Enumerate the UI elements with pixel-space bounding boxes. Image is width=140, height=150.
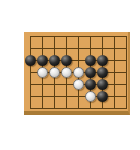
board-cell[interactable] xyxy=(24,66,36,78)
board-cell[interactable] xyxy=(120,102,132,114)
board-cell[interactable] xyxy=(60,66,72,78)
board-cell[interactable] xyxy=(24,78,36,90)
board-cell[interactable] xyxy=(84,42,96,54)
board-cell[interactable] xyxy=(96,66,108,78)
board-cell[interactable] xyxy=(36,90,48,102)
board-cell[interactable] xyxy=(48,78,60,90)
board-cell[interactable] xyxy=(120,78,132,90)
board-cell[interactable] xyxy=(84,102,96,114)
black-stone xyxy=(85,67,96,78)
go-board[interactable] xyxy=(24,32,130,115)
board-cell[interactable] xyxy=(84,66,96,78)
board-cell[interactable] xyxy=(108,78,120,90)
black-stone xyxy=(85,55,96,66)
board-cell[interactable] xyxy=(72,54,84,66)
board-cell[interactable] xyxy=(96,102,108,114)
white-stone xyxy=(73,67,84,78)
board-cell[interactable] xyxy=(60,54,72,66)
board-cell[interactable] xyxy=(60,78,72,90)
board-cell[interactable] xyxy=(48,30,60,42)
board-cell[interactable] xyxy=(48,102,60,114)
black-stone xyxy=(25,55,36,66)
white-stone xyxy=(73,79,84,90)
board-cell[interactable] xyxy=(60,30,72,42)
white-stone xyxy=(85,91,96,102)
white-stone xyxy=(37,67,48,78)
black-stone xyxy=(49,55,60,66)
board-cell[interactable] xyxy=(108,30,120,42)
board-cell[interactable] xyxy=(96,78,108,90)
board-cell[interactable] xyxy=(24,30,36,42)
board-cell[interactable] xyxy=(36,30,48,42)
black-stone xyxy=(37,55,48,66)
board-cell[interactable] xyxy=(36,66,48,78)
board-cell[interactable] xyxy=(108,90,120,102)
black-stone xyxy=(97,79,108,90)
board-cell[interactable] xyxy=(84,90,96,102)
board-cell[interactable] xyxy=(72,42,84,54)
board-cell[interactable] xyxy=(108,42,120,54)
board-cell[interactable] xyxy=(36,102,48,114)
board-cell[interactable] xyxy=(84,54,96,66)
board-cell[interactable] xyxy=(60,102,72,114)
board-cell[interactable] xyxy=(36,42,48,54)
board-cell[interactable] xyxy=(72,30,84,42)
board-cell[interactable] xyxy=(36,54,48,66)
stone-layer xyxy=(24,30,132,114)
board-cell[interactable] xyxy=(48,90,60,102)
screenshot-stage xyxy=(0,0,140,150)
board-cell[interactable] xyxy=(24,54,36,66)
board-cell[interactable] xyxy=(120,66,132,78)
board-cell[interactable] xyxy=(72,66,84,78)
board-cell[interactable] xyxy=(120,90,132,102)
black-stone xyxy=(97,55,108,66)
black-stone xyxy=(85,79,96,90)
board-cell[interactable] xyxy=(96,30,108,42)
board-cell[interactable] xyxy=(60,42,72,54)
board-cell[interactable] xyxy=(72,102,84,114)
white-stone xyxy=(49,67,60,78)
board-cell[interactable] xyxy=(96,42,108,54)
board-cell[interactable] xyxy=(84,30,96,42)
board-cell[interactable] xyxy=(48,54,60,66)
board-cell[interactable] xyxy=(72,90,84,102)
board-cell[interactable] xyxy=(108,102,120,114)
board-cell[interactable] xyxy=(120,30,132,42)
board-cell[interactable] xyxy=(120,42,132,54)
black-stone xyxy=(97,91,108,102)
board-cell[interactable] xyxy=(96,90,108,102)
board-cell[interactable] xyxy=(108,66,120,78)
board-cell[interactable] xyxy=(120,54,132,66)
board-cell[interactable] xyxy=(48,42,60,54)
board-cell[interactable] xyxy=(36,78,48,90)
board-cell[interactable] xyxy=(96,54,108,66)
black-stone xyxy=(61,55,72,66)
white-stone xyxy=(61,67,72,78)
board-cell[interactable] xyxy=(24,42,36,54)
board-cell[interactable] xyxy=(60,90,72,102)
board-cell[interactable] xyxy=(24,102,36,114)
board-cell[interactable] xyxy=(108,54,120,66)
board-cell[interactable] xyxy=(48,66,60,78)
board-cell[interactable] xyxy=(84,78,96,90)
board-cell[interactable] xyxy=(24,90,36,102)
board-cell[interactable] xyxy=(72,78,84,90)
black-stone xyxy=(97,67,108,78)
